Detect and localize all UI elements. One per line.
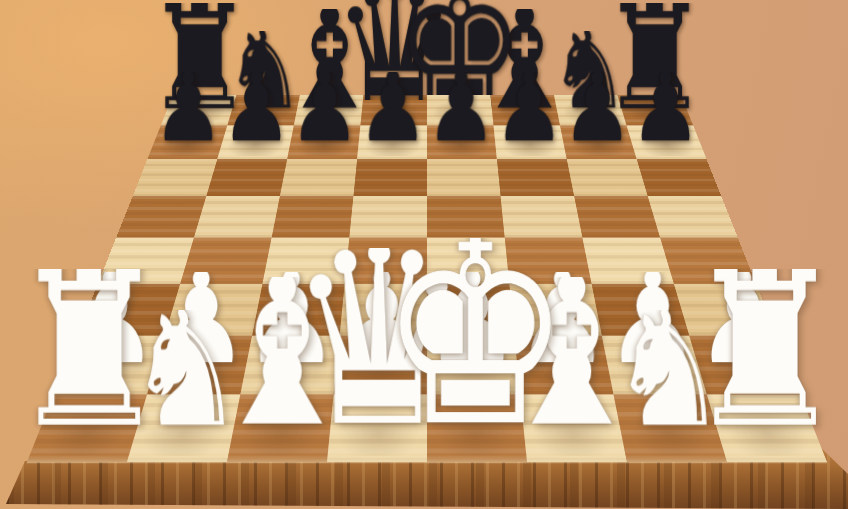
piece-black-pawn-d7[interactable]: ♟ (357, 72, 428, 142)
square-f7[interactable]: ♟ (494, 125, 567, 159)
piece-black-pawn-g7[interactable]: ♟ (562, 72, 633, 142)
piece-black-pawn-e7[interactable]: ♟ (426, 72, 497, 142)
square-h1[interactable]: ♜ (707, 395, 827, 462)
square-a6[interactable] (133, 159, 218, 196)
piece-black-pawn-c7[interactable]: ♟ (289, 72, 360, 142)
square-b6[interactable] (206, 159, 287, 196)
square-c7[interactable]: ♟ (287, 125, 360, 159)
square-e1[interactable]: ♚ (427, 395, 527, 462)
square-b7[interactable]: ♟ (217, 125, 294, 159)
square-g6[interactable] (567, 159, 648, 196)
piece-white-rook-h1[interactable]: ♜ (684, 269, 846, 427)
piece-white-rook-a1[interactable]: ♜ (8, 269, 170, 427)
board-scene: ♜♞♝♛♚♝♞♜♟♟♟♟♟♟♟♟♟♟♟♟♟♟♟♟♜♞♝♛♚♝♞♜ (27, 95, 827, 462)
square-h6[interactable] (637, 159, 722, 196)
square-c6[interactable] (280, 159, 357, 196)
piece-black-pawn-h7[interactable]: ♟ (630, 72, 701, 142)
square-d7[interactable]: ♟ (357, 125, 427, 159)
piece-black-pawn-f7[interactable]: ♟ (494, 72, 565, 142)
piece-black-pawn-a7[interactable]: ♟ (153, 72, 224, 142)
photo-canvas: ♜♞♝♛♚♝♞♜♟♟♟♟♟♟♟♟♟♟♟♟♟♟♟♟♜♞♝♛♚♝♞♜ (0, 0, 848, 509)
piece-black-pawn-b7[interactable]: ♟ (221, 72, 292, 142)
square-g7[interactable]: ♟ (560, 125, 637, 159)
square-e7[interactable]: ♟ (427, 125, 497, 159)
chess-board: ♜♞♝♛♚♝♞♜♟♟♟♟♟♟♟♟♟♟♟♟♟♟♟♟♜♞♝♛♚♝♞♜ (27, 95, 827, 462)
square-h7[interactable]: ♟ (627, 125, 707, 159)
square-a7[interactable]: ♟ (147, 125, 227, 159)
piece-white-king-e1[interactable]: ♚ (379, 238, 572, 427)
